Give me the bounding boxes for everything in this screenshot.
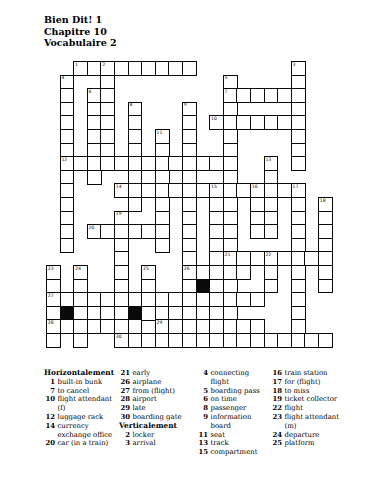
- clue-line: 26airplane: [119, 378, 191, 387]
- grid-cell[interactable]: [209, 197, 224, 212]
- grid-cell[interactable]: [223, 170, 238, 185]
- cell-number: 13: [265, 157, 271, 163]
- clue-number: 16: [271, 369, 285, 378]
- grid-cell[interactable]: 20: [87, 224, 102, 239]
- grid-cell[interactable]: [304, 251, 319, 266]
- cell-number: 19: [116, 211, 122, 217]
- grid-cell[interactable]: [168, 292, 183, 307]
- grid-cell[interactable]: 13: [264, 156, 279, 171]
- grid-cell[interactable]: [100, 88, 115, 103]
- cell-number: 28: [48, 320, 54, 326]
- grid-cell[interactable]: 22: [264, 251, 279, 266]
- clue-line: 29late: [119, 404, 191, 413]
- across-header: Horizontalement: [44, 369, 116, 378]
- grid-cell[interactable]: [87, 292, 102, 307]
- grid-cell[interactable]: [60, 211, 75, 226]
- clue-number: 9: [197, 413, 211, 431]
- clue-number: 12: [44, 413, 58, 422]
- grid-cell[interactable]: [236, 115, 251, 130]
- cell-number: 7: [225, 89, 228, 95]
- clue-number: 15: [197, 448, 211, 457]
- grid-cell[interactable]: [128, 319, 143, 334]
- grid-cell[interactable]: [196, 265, 211, 280]
- grid-cell[interactable]: [264, 224, 279, 239]
- grid-cell[interactable]: [128, 183, 143, 198]
- grid-cell[interactable]: [250, 88, 265, 103]
- grid-cell[interactable]: [209, 211, 224, 226]
- grid-cell[interactable]: [223, 224, 238, 239]
- grid-cell[interactable]: [128, 61, 143, 76]
- cell-number: 16: [252, 184, 258, 190]
- grid-cell[interactable]: [182, 333, 197, 348]
- grid-cell[interactable]: [60, 238, 75, 253]
- grid-cell[interactable]: [168, 183, 183, 198]
- grid-cell[interactable]: [223, 156, 238, 171]
- clue-number: 3: [119, 439, 133, 448]
- cell-number: 24: [75, 266, 81, 272]
- grid-cell[interactable]: [182, 238, 197, 253]
- grid-cell[interactable]: [141, 292, 156, 307]
- grid-cell[interactable]: [318, 238, 333, 253]
- clue-number: 21: [119, 369, 133, 378]
- grid-cell[interactable]: [291, 211, 306, 226]
- grid-cell[interactable]: [291, 197, 306, 212]
- grid-cell[interactable]: [291, 143, 306, 158]
- grid-cell[interactable]: [291, 333, 306, 348]
- grid-cell[interactable]: [73, 279, 88, 294]
- grid-cell[interactable]: [141, 279, 156, 294]
- cell-number: 26: [184, 266, 190, 272]
- grid-cell[interactable]: [182, 292, 197, 307]
- grid-cell[interactable]: 11: [155, 129, 170, 144]
- grid-cell[interactable]: [155, 156, 170, 171]
- grid-cell[interactable]: [182, 143, 197, 158]
- grid-cell[interactable]: [60, 224, 75, 239]
- grid-cell[interactable]: 30: [114, 333, 129, 348]
- grid-cell[interactable]: [223, 102, 238, 117]
- grid-cell[interactable]: [100, 75, 115, 90]
- grid-cell[interactable]: 18: [318, 197, 333, 212]
- grid-cell[interactable]: [223, 306, 238, 321]
- grid-cell[interactable]: [304, 333, 319, 348]
- grid-cell[interactable]: [73, 333, 88, 348]
- clue-number: 24: [271, 431, 285, 440]
- grid-cell[interactable]: [291, 238, 306, 253]
- grid-cell[interactable]: [114, 292, 129, 307]
- grid-cell[interactable]: [264, 88, 279, 103]
- clue-number: 29: [119, 404, 133, 413]
- grid-cell[interactable]: [168, 319, 183, 334]
- grid-cell[interactable]: [114, 279, 129, 294]
- grid-cell[interactable]: [236, 265, 251, 280]
- grid-cell[interactable]: [100, 306, 115, 321]
- grid-cell[interactable]: [87, 102, 102, 117]
- grid-cell[interactable]: 3: [291, 61, 306, 76]
- cell-number: 6: [89, 89, 92, 95]
- grid-cell[interactable]: [264, 197, 279, 212]
- grid-cell[interactable]: [100, 156, 115, 171]
- grid-cell[interactable]: 10: [209, 115, 224, 130]
- clue-number: 7: [44, 387, 58, 396]
- grid-cell[interactable]: [128, 170, 143, 185]
- cell-number: 18: [320, 198, 326, 204]
- grid-cell[interactable]: [291, 306, 306, 321]
- worksheet-page: Bien Dit! 1 Chapitre 10 Vocabulaire 2 12…: [0, 0, 386, 500]
- clue-line: 28airport: [119, 395, 191, 404]
- grid-cell[interactable]: [209, 279, 224, 294]
- grid-cell[interactable]: [182, 306, 197, 321]
- cell-number: 23: [48, 266, 54, 272]
- grid-cell[interactable]: [264, 265, 279, 280]
- grid-cell[interactable]: [196, 292, 211, 307]
- grid-cell[interactable]: [196, 333, 211, 348]
- grid-cell[interactable]: [128, 333, 143, 348]
- clue-column-2: 21early26airplane27from (flight)28airpor…: [119, 369, 191, 448]
- clue-line: 23flight attendant (m): [271, 413, 343, 431]
- clue-line: 24departure: [271, 431, 343, 440]
- grid-cell[interactable]: [223, 197, 238, 212]
- grid-cell[interactable]: [100, 224, 115, 239]
- grid-cell[interactable]: [182, 251, 197, 266]
- grid-cell[interactable]: [114, 156, 129, 171]
- grid-cell[interactable]: [128, 197, 143, 212]
- grid-cell[interactable]: [128, 143, 143, 158]
- grid-cell[interactable]: [277, 115, 292, 130]
- grid-cell[interactable]: [250, 251, 265, 266]
- grid-cell[interactable]: [168, 156, 183, 171]
- grid-cell[interactable]: [291, 129, 306, 144]
- grid-cell[interactable]: [141, 333, 156, 348]
- clue-text: departure: [285, 431, 343, 440]
- grid-cell[interactable]: 26: [182, 265, 197, 280]
- grid-cell[interactable]: 14: [114, 183, 129, 198]
- grid-cell[interactable]: [73, 292, 88, 307]
- grid-cell[interactable]: [128, 224, 143, 239]
- grid-cell[interactable]: [209, 306, 224, 321]
- grid-cell[interactable]: [114, 319, 129, 334]
- grid-cell[interactable]: [277, 183, 292, 198]
- grid-cell[interactable]: [291, 75, 306, 90]
- grid-cell[interactable]: [250, 319, 265, 334]
- grid-cell[interactable]: [223, 319, 238, 334]
- grid-cell[interactable]: [209, 156, 224, 171]
- grid-cell[interactable]: [250, 197, 265, 212]
- grid-cell[interactable]: [318, 333, 333, 348]
- clue-line: 9information board: [197, 413, 269, 431]
- grid-cell[interactable]: [87, 319, 102, 334]
- clue-line: 1built-in bunk: [44, 378, 116, 387]
- grid-cell[interactable]: [114, 306, 129, 321]
- grid-cell[interactable]: [250, 292, 265, 307]
- grid-cell[interactable]: [155, 211, 170, 226]
- grid-cell[interactable]: [128, 115, 143, 130]
- grid-cell[interactable]: [87, 61, 102, 76]
- grid-cell[interactable]: [264, 170, 279, 185]
- grid-cell[interactable]: [196, 319, 211, 334]
- clue-text: connecting flight: [211, 369, 269, 387]
- grid-cell[interactable]: [114, 224, 129, 239]
- grid-cell[interactable]: [46, 279, 61, 294]
- black-cell: [60, 306, 75, 321]
- grid-cell[interactable]: [318, 251, 333, 266]
- grid-cell[interactable]: [196, 183, 211, 198]
- grid-cell[interactable]: [155, 238, 170, 253]
- grid-cell[interactable]: [209, 333, 224, 348]
- grid-cell[interactable]: [264, 211, 279, 226]
- clue-line: 27from (flight): [119, 387, 191, 396]
- grid-cell[interactable]: 24: [73, 265, 88, 280]
- grid-cell[interactable]: [209, 319, 224, 334]
- clue-number: 17: [271, 378, 285, 387]
- grid-cell[interactable]: [291, 279, 306, 294]
- grid-cell[interactable]: [209, 224, 224, 239]
- clue-line: 21early: [119, 369, 191, 378]
- grid-cell[interactable]: [60, 129, 75, 144]
- grid-cell[interactable]: [60, 88, 75, 103]
- grid-cell[interactable]: [100, 115, 115, 130]
- grid-cell[interactable]: 12: [60, 156, 75, 171]
- cell-number: 2: [102, 62, 105, 68]
- grid-cell[interactable]: [209, 251, 224, 266]
- grid-cell[interactable]: [236, 333, 251, 348]
- clue-line: 14currency exchange office: [44, 422, 116, 440]
- grid-cell[interactable]: [60, 170, 75, 185]
- grid-cell[interactable]: [87, 170, 102, 185]
- clue-number: 11: [197, 431, 211, 440]
- grid-cell[interactable]: [182, 129, 197, 144]
- clue-line: 15compartment: [197, 448, 269, 457]
- clue-line: 7to cancel: [44, 387, 116, 396]
- grid-cell[interactable]: [196, 306, 211, 321]
- grid-cell[interactable]: [60, 197, 75, 212]
- grid-cell[interactable]: [209, 238, 224, 253]
- grid-cell[interactable]: [318, 265, 333, 280]
- grid-cell[interactable]: [223, 292, 238, 307]
- grid-cell[interactable]: 23: [46, 265, 61, 280]
- grid-cell[interactable]: [223, 333, 238, 348]
- grid-cell[interactable]: [60, 143, 75, 158]
- grid-cell[interactable]: [209, 292, 224, 307]
- grid-cell[interactable]: [155, 170, 170, 185]
- grid-cell[interactable]: 4: [60, 75, 75, 90]
- grid-cell[interactable]: [182, 115, 197, 130]
- grid-cell[interactable]: 19: [114, 211, 129, 226]
- grid-cell[interactable]: [277, 251, 292, 266]
- down-header: Verticalement: [119, 422, 191, 431]
- grid-cell[interactable]: [46, 306, 61, 321]
- grid-cell[interactable]: [87, 143, 102, 158]
- grid-cell[interactable]: [168, 306, 183, 321]
- clue-number: 19: [271, 395, 285, 404]
- grid-cell[interactable]: 27: [46, 292, 61, 307]
- grid-cell[interactable]: [277, 88, 292, 103]
- grid-cell[interactable]: [87, 129, 102, 144]
- grid-cell[interactable]: [141, 61, 156, 76]
- grid-cell[interactable]: [236, 251, 251, 266]
- grid-cell[interactable]: 28: [46, 319, 61, 334]
- grid-cell[interactable]: [223, 129, 238, 144]
- grid-cell[interactable]: [141, 156, 156, 171]
- grid-cell[interactable]: [182, 197, 197, 212]
- grid-cell[interactable]: [318, 224, 333, 239]
- grid-cell[interactable]: [114, 238, 129, 253]
- grid-cell[interactable]: [168, 61, 183, 76]
- grid-cell[interactable]: [155, 333, 170, 348]
- grid-cell[interactable]: [141, 306, 156, 321]
- grid-cell[interactable]: 25: [141, 265, 156, 280]
- grid-cell[interactable]: [291, 224, 306, 239]
- grid-cell[interactable]: [264, 333, 279, 348]
- clue-number: 14: [44, 422, 58, 440]
- cell-number: 14: [116, 184, 122, 190]
- grid-cell[interactable]: [60, 115, 75, 130]
- clue-number: 2: [119, 431, 133, 440]
- clue-text: boarding pass: [211, 387, 269, 396]
- grid-cell[interactable]: [182, 183, 197, 198]
- grid-cell[interactable]: [100, 102, 115, 117]
- clue-number: 20: [44, 439, 58, 448]
- grid-cell[interactable]: [141, 183, 156, 198]
- grid-cell[interactable]: [250, 333, 265, 348]
- grid-cell[interactable]: [264, 115, 279, 130]
- clue-number: 25: [271, 439, 285, 448]
- grid-cell[interactable]: [114, 251, 129, 266]
- grid-cell[interactable]: [73, 306, 88, 321]
- grid-cell[interactable]: [250, 211, 265, 226]
- grid-cell[interactable]: [155, 183, 170, 198]
- clue-line: 4connecting flight: [197, 369, 269, 387]
- grid-cell[interactable]: [223, 183, 238, 198]
- grid-cell[interactable]: [223, 211, 238, 226]
- grid-cell[interactable]: 7: [223, 88, 238, 103]
- grid-cell[interactable]: [128, 129, 143, 144]
- grid-cell[interactable]: [277, 333, 292, 348]
- clue-line: 6on time: [197, 395, 269, 404]
- grid-cell[interactable]: [209, 265, 224, 280]
- clue-text: currency exchange office: [58, 422, 116, 440]
- grid-cell[interactable]: [264, 183, 279, 198]
- grid-cell[interactable]: [141, 224, 156, 239]
- cell-number: 1: [75, 62, 78, 68]
- title-block: Bien Dit! 1 Chapitre 10 Vocabulaire 2: [44, 14, 117, 49]
- grid-cell[interactable]: [291, 251, 306, 266]
- title-line-2: Chapitre 10: [44, 26, 117, 38]
- grid-cell[interactable]: [182, 224, 197, 239]
- grid-cell[interactable]: [318, 211, 333, 226]
- grid-cell[interactable]: [291, 292, 306, 307]
- grid-cell[interactable]: [128, 292, 143, 307]
- grid-cell[interactable]: [236, 319, 251, 334]
- grid-cell[interactable]: [87, 306, 102, 321]
- grid-cell[interactable]: [155, 143, 170, 158]
- clue-text: flight attendant (f): [58, 395, 116, 413]
- grid-cell[interactable]: [114, 61, 129, 76]
- clue-text: locker: [133, 431, 191, 440]
- clue-text: train station: [285, 369, 343, 378]
- grid-cell[interactable]: [87, 115, 102, 130]
- grid-cell[interactable]: 17: [291, 183, 306, 198]
- grid-cell[interactable]: [100, 143, 115, 158]
- grid-cell[interactable]: [291, 319, 306, 334]
- grid-cell[interactable]: [291, 102, 306, 117]
- grid-cell[interactable]: [223, 265, 238, 280]
- grid-cell[interactable]: 6: [87, 88, 102, 103]
- clue-number: 13: [197, 439, 211, 448]
- grid-cell[interactable]: [223, 238, 238, 253]
- grid-cell[interactable]: 5: [223, 75, 238, 90]
- grid-cell[interactable]: [291, 265, 306, 280]
- grid-cell[interactable]: [291, 115, 306, 130]
- cell-number: 5: [225, 75, 228, 81]
- grid-cell[interactable]: [46, 333, 61, 348]
- grid-cell[interactable]: [196, 156, 211, 171]
- grid-cell[interactable]: 16: [250, 183, 265, 198]
- clue-line: 25platform: [271, 439, 343, 448]
- clue-line: 11seat: [197, 431, 269, 440]
- grid-cell[interactable]: 8: [128, 102, 143, 117]
- cell-number: 3: [293, 62, 296, 68]
- grid-cell[interactable]: [223, 115, 238, 130]
- grid-cell[interactable]: [73, 319, 88, 334]
- grid-cell[interactable]: [236, 88, 251, 103]
- grid-cell[interactable]: 15: [209, 183, 224, 198]
- grid-cell[interactable]: [60, 183, 75, 198]
- grid-cell[interactable]: 2: [100, 61, 115, 76]
- grid-cell[interactable]: [60, 102, 75, 117]
- cell-number: 8: [129, 102, 132, 108]
- grid-cell[interactable]: [223, 279, 238, 294]
- grid-cell[interactable]: [100, 292, 115, 307]
- clue-text: airport: [133, 395, 191, 404]
- grid-cell[interactable]: [182, 156, 197, 171]
- grid-cell[interactable]: [250, 115, 265, 130]
- grid-cell[interactable]: [182, 279, 197, 294]
- grid-cell[interactable]: [318, 279, 333, 294]
- grid-cell[interactable]: [291, 156, 306, 171]
- grid-cell[interactable]: [182, 61, 197, 76]
- grid-cell[interactable]: 1: [73, 61, 88, 76]
- grid-cell[interactable]: 9: [182, 102, 197, 117]
- grid-cell[interactable]: [60, 292, 75, 307]
- grid-cell[interactable]: 21: [223, 251, 238, 266]
- grid-cell[interactable]: [155, 61, 170, 76]
- grid-cell[interactable]: [73, 156, 88, 171]
- grid-cell[interactable]: [264, 279, 279, 294]
- grid-cell[interactable]: [291, 88, 306, 103]
- grid-cell[interactable]: [155, 224, 170, 239]
- grid-cell[interactable]: [60, 319, 75, 334]
- grid-cell[interactable]: [182, 319, 197, 334]
- grid-cell[interactable]: [236, 183, 251, 198]
- grid-cell[interactable]: [100, 319, 115, 334]
- grid-cell[interactable]: [155, 292, 170, 307]
- grid-cell[interactable]: [114, 265, 129, 280]
- clue-number: 26: [119, 378, 133, 387]
- grid-cell[interactable]: [250, 224, 265, 239]
- grid-cell[interactable]: [87, 156, 102, 171]
- cell-number: 22: [265, 252, 271, 258]
- grid-cell[interactable]: 29: [155, 319, 170, 334]
- grid-cell[interactable]: [128, 156, 143, 171]
- grid-cell[interactable]: [155, 197, 170, 212]
- grid-cell[interactable]: [182, 211, 197, 226]
- grid-cell[interactable]: [182, 170, 197, 185]
- grid-cell[interactable]: [223, 143, 238, 158]
- grid-cell[interactable]: [155, 306, 170, 321]
- grid-cell[interactable]: [168, 333, 183, 348]
- grid-cell[interactable]: [100, 129, 115, 144]
- grid-cell[interactable]: [236, 292, 251, 307]
